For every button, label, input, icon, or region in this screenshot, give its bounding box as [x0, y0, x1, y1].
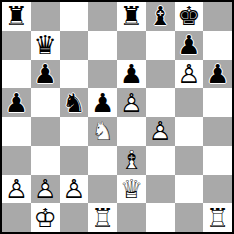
square-g6[interactable]: ♟♙ [175, 60, 204, 89]
square-b4[interactable] [31, 117, 60, 146]
white-pawn-icon: ♙ [117, 88, 146, 117]
piece-white-rook: ♜♖ [88, 203, 117, 232]
square-f6[interactable] [146, 60, 175, 89]
piece-white-pawn: ♟♙ [175, 60, 204, 89]
square-b2[interactable]: ♟♙ [31, 175, 60, 204]
square-c6[interactable] [60, 60, 89, 89]
square-g7[interactable]: ♟ [175, 31, 204, 60]
black-pawn-icon: ♟ [31, 60, 60, 89]
white-rook-icon: ♖ [203, 203, 232, 232]
square-c5[interactable]: ♞ [60, 88, 89, 117]
piece-white-king: ♚♔ [31, 203, 60, 232]
piece-black-king: ♚ [175, 2, 204, 31]
piece-white-pawn: ♟♙ [2, 175, 31, 204]
square-e5[interactable]: ♟♙ [117, 88, 146, 117]
square-b5[interactable] [31, 88, 60, 117]
square-e1[interactable] [117, 203, 146, 232]
black-rook-icon: ♜ [117, 2, 146, 31]
white-king-icon: ♔ [31, 203, 60, 232]
piece-white-queen: ♛♕ [117, 175, 146, 204]
square-d7[interactable] [88, 31, 117, 60]
white-queen-icon: ♕ [117, 175, 146, 204]
square-h5[interactable] [203, 88, 232, 117]
black-king-icon: ♚ [175, 2, 204, 31]
square-f7[interactable] [146, 31, 175, 60]
square-a1[interactable] [2, 203, 31, 232]
piece-white-knight: ♞♘ [88, 117, 117, 146]
piece-black-queen: ♛ [31, 31, 60, 60]
square-b6[interactable]: ♟ [31, 60, 60, 89]
piece-white-pawn: ♟♙ [31, 175, 60, 204]
piece-white-pawn: ♟♙ [117, 88, 146, 117]
square-a4[interactable] [2, 117, 31, 146]
white-pawn-icon: ♙ [2, 175, 31, 204]
square-b1[interactable]: ♚♔ [31, 203, 60, 232]
white-bishop-icon: ♗ [117, 146, 146, 175]
square-f4[interactable]: ♟♙ [146, 117, 175, 146]
square-h3[interactable] [203, 146, 232, 175]
white-knight-icon: ♘ [88, 117, 117, 146]
square-e3[interactable]: ♝♗ [117, 146, 146, 175]
square-f2[interactable] [146, 175, 175, 204]
white-pawn-icon: ♙ [60, 175, 89, 204]
square-h1[interactable]: ♜♖ [203, 203, 232, 232]
square-b8[interactable] [31, 2, 60, 31]
square-g3[interactable] [175, 146, 204, 175]
black-pawn-icon: ♟ [203, 60, 232, 89]
square-d5[interactable]: ♟ [88, 88, 117, 117]
square-e8[interactable]: ♜ [117, 2, 146, 31]
piece-black-pawn: ♟ [88, 88, 117, 117]
black-pawn-icon: ♟ [175, 31, 204, 60]
white-pawn-icon: ♙ [31, 175, 60, 204]
square-c3[interactable] [60, 146, 89, 175]
square-c8[interactable] [60, 2, 89, 31]
square-d2[interactable] [88, 175, 117, 204]
square-e7[interactable] [117, 31, 146, 60]
square-f5[interactable] [146, 88, 175, 117]
square-c4[interactable] [60, 117, 89, 146]
square-a7[interactable] [2, 31, 31, 60]
square-h6[interactable]: ♟ [203, 60, 232, 89]
piece-black-rook: ♜ [2, 2, 31, 31]
piece-white-pawn: ♟♙ [60, 175, 89, 204]
square-d3[interactable] [88, 146, 117, 175]
square-c7[interactable] [60, 31, 89, 60]
black-queen-icon: ♛ [31, 31, 60, 60]
piece-black-bishop: ♝ [146, 2, 175, 31]
square-h4[interactable] [203, 117, 232, 146]
white-pawn-icon: ♙ [175, 60, 204, 89]
chess-board: ♜♜♝♚♛♟♟♟♟♙♟♟♞♟♟♙♞♘♟♙♝♗♟♙♟♙♟♙♛♕♚♔♜♖♜♖ [0, 0, 234, 234]
black-pawn-icon: ♟ [2, 88, 31, 117]
square-a3[interactable] [2, 146, 31, 175]
square-g8[interactable]: ♚ [175, 2, 204, 31]
black-rook-icon: ♜ [2, 2, 31, 31]
square-g1[interactable] [175, 203, 204, 232]
piece-black-rook: ♜ [117, 2, 146, 31]
piece-black-pawn: ♟ [31, 60, 60, 89]
square-c1[interactable] [60, 203, 89, 232]
square-a8[interactable]: ♜ [2, 2, 31, 31]
square-b3[interactable] [31, 146, 60, 175]
square-d1[interactable]: ♜♖ [88, 203, 117, 232]
square-g2[interactable] [175, 175, 204, 204]
square-g4[interactable] [175, 117, 204, 146]
square-h2[interactable] [203, 175, 232, 204]
square-f8[interactable]: ♝ [146, 2, 175, 31]
square-f3[interactable] [146, 146, 175, 175]
black-pawn-icon: ♟ [88, 88, 117, 117]
square-f1[interactable] [146, 203, 175, 232]
square-a6[interactable] [2, 60, 31, 89]
square-d4[interactable]: ♞♘ [88, 117, 117, 146]
square-e6[interactable]: ♟ [117, 60, 146, 89]
square-h8[interactable] [203, 2, 232, 31]
square-h7[interactable] [203, 31, 232, 60]
piece-black-pawn: ♟ [2, 88, 31, 117]
square-c2[interactable]: ♟♙ [60, 175, 89, 204]
piece-black-knight: ♞ [60, 88, 89, 117]
black-knight-icon: ♞ [60, 88, 89, 117]
white-pawn-icon: ♙ [146, 117, 175, 146]
piece-black-pawn: ♟ [175, 31, 204, 60]
piece-white-rook: ♜♖ [203, 203, 232, 232]
piece-white-pawn: ♟♙ [146, 117, 175, 146]
piece-black-pawn: ♟ [117, 60, 146, 89]
square-d8[interactable] [88, 2, 117, 31]
piece-white-bishop: ♝♗ [117, 146, 146, 175]
square-a5[interactable]: ♟ [2, 88, 31, 117]
square-a2[interactable]: ♟♙ [2, 175, 31, 204]
black-bishop-icon: ♝ [146, 2, 175, 31]
white-rook-icon: ♖ [88, 203, 117, 232]
square-e2[interactable]: ♛♕ [117, 175, 146, 204]
square-e4[interactable] [117, 117, 146, 146]
black-pawn-icon: ♟ [117, 60, 146, 89]
square-d6[interactable] [88, 60, 117, 89]
square-g5[interactable] [175, 88, 204, 117]
piece-black-pawn: ♟ [203, 60, 232, 89]
square-b7[interactable]: ♛ [31, 31, 60, 60]
